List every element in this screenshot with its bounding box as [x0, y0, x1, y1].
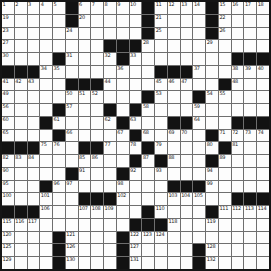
cell-r11c9[interactable]	[104, 130, 116, 142]
cell-r20c15[interactable]	[181, 244, 193, 256]
cell-r6c12[interactable]	[142, 66, 154, 78]
cell-r20c17[interactable]: 128	[206, 244, 218, 256]
cell-r15c11[interactable]	[130, 181, 142, 193]
cell-r17c7[interactable]: 107	[79, 206, 91, 218]
cell-r21c2[interactable]	[15, 257, 27, 269]
cell-r9c6[interactable]: 57	[66, 104, 78, 116]
cell-r4c5[interactable]	[53, 40, 65, 52]
cell-r11c7[interactable]	[79, 130, 91, 142]
cell-r4c6[interactable]	[66, 40, 78, 52]
cell-r8c9[interactable]	[104, 91, 116, 103]
cell-r4c16[interactable]	[193, 40, 205, 52]
cell-r11c8[interactable]	[91, 130, 103, 142]
cell-r13c4[interactable]	[40, 155, 52, 167]
cell-r11c12[interactable]: 68	[142, 130, 154, 142]
cell-r2c8[interactable]	[91, 15, 103, 27]
cell-r5c15[interactable]	[181, 53, 193, 65]
cell-r4c1[interactable]: 27	[2, 40, 14, 52]
cell-r18c16[interactable]	[193, 219, 205, 231]
cell-r2c7[interactable]: 20	[79, 15, 91, 27]
cell-r14c4[interactable]	[40, 168, 52, 180]
cell-r4c7[interactable]	[79, 40, 91, 52]
cell-r9c7[interactable]	[79, 104, 91, 116]
cell-r7c16[interactable]	[193, 79, 205, 91]
cell-r3c7[interactable]	[79, 28, 91, 40]
cell-r18c7[interactable]	[79, 219, 91, 231]
cell-r19c18[interactable]	[219, 232, 231, 244]
cell-r15c6[interactable]: 97	[66, 181, 78, 193]
cell-r17c16[interactable]	[193, 206, 205, 218]
cell-r18c1[interactable]: 115	[2, 219, 14, 231]
cell-r1c4[interactable]: 4	[40, 2, 52, 14]
cell-r10c3[interactable]	[28, 117, 40, 129]
cell-r9c14[interactable]	[168, 104, 180, 116]
cell-r11c4[interactable]	[40, 130, 52, 142]
cell-r20c1[interactable]: 125	[2, 244, 14, 256]
cell-r8c18[interactable]: 55	[219, 91, 231, 103]
cell-r8c17[interactable]: 54	[206, 91, 218, 103]
cell-r21c11[interactable]: 131	[130, 257, 142, 269]
cell-r18c8[interactable]	[91, 219, 103, 231]
cell-r10c12[interactable]	[142, 117, 154, 129]
cell-r10c9[interactable]: 62	[104, 117, 116, 129]
cell-r9c17[interactable]	[206, 104, 218, 116]
cell-r1c19[interactable]: 16	[232, 2, 244, 14]
cell-r13c6[interactable]	[66, 155, 78, 167]
cell-r21c3[interactable]	[28, 257, 40, 269]
cell-r15c5[interactable]: 96	[53, 181, 65, 193]
cell-r17c10[interactable]	[117, 206, 129, 218]
cell-r2c20[interactable]	[244, 15, 256, 27]
cell-r8c13[interactable]: 53	[155, 91, 167, 103]
cell-r10c13[interactable]	[155, 117, 167, 129]
cell-r3c4[interactable]	[40, 28, 52, 40]
cell-r7c10[interactable]	[117, 79, 129, 91]
cell-r5c14[interactable]	[168, 53, 180, 65]
cell-r18c19[interactable]	[232, 219, 244, 231]
cell-r5c1[interactable]: 30	[2, 53, 14, 65]
cell-r18c21[interactable]	[257, 219, 269, 231]
cell-r21c18[interactable]	[219, 257, 231, 269]
cell-r9c1[interactable]: 56	[2, 104, 14, 116]
cell-r2c19[interactable]	[232, 15, 244, 27]
cell-r13c19[interactable]	[232, 155, 244, 167]
cell-r5c11[interactable]: 33	[130, 53, 142, 65]
cell-r2c3[interactable]	[28, 15, 40, 27]
cell-r20c6[interactable]: 126	[66, 244, 78, 256]
cell-r1c10[interactable]: 9	[117, 2, 129, 14]
cell-r17c19[interactable]: 112	[232, 206, 244, 218]
cell-r18c4[interactable]	[40, 219, 52, 231]
cell-r4c19[interactable]	[232, 40, 244, 52]
cell-r10c16[interactable]: 64	[193, 117, 205, 129]
cell-r15c12[interactable]	[142, 181, 154, 193]
cell-r8c8[interactable]: 52	[91, 91, 103, 103]
cell-r4c4[interactable]	[40, 40, 52, 52]
cell-r20c7[interactable]	[79, 244, 91, 256]
cell-r10c18[interactable]	[219, 117, 231, 129]
cell-r21c17[interactable]: 132	[206, 257, 218, 269]
cell-r20c13[interactable]	[155, 244, 167, 256]
cell-r9c10[interactable]	[117, 104, 129, 116]
cell-r19c19[interactable]	[232, 232, 244, 244]
cell-r14c16[interactable]	[193, 168, 205, 180]
cell-r9c20[interactable]	[244, 104, 256, 116]
cell-r2c16[interactable]	[193, 15, 205, 27]
cell-r6c21[interactable]: 40	[257, 66, 269, 78]
cell-r5c7[interactable]	[79, 53, 91, 65]
cell-r17c20[interactable]: 113	[244, 206, 256, 218]
cell-r17c4[interactable]: 106	[40, 206, 52, 218]
cell-r8c19[interactable]	[232, 91, 244, 103]
cell-r6c6[interactable]	[66, 66, 78, 78]
cell-r19c6[interactable]: 121	[66, 232, 78, 244]
cell-r2c4[interactable]	[40, 15, 52, 27]
cell-r19c13[interactable]: 124	[155, 232, 167, 244]
cell-r9c8[interactable]	[91, 104, 103, 116]
cell-r1c1[interactable]: 1	[2, 2, 14, 14]
cell-r15c8[interactable]	[91, 181, 103, 193]
cell-r19c14[interactable]	[168, 232, 180, 244]
cell-r13c21[interactable]	[257, 155, 269, 167]
cell-r8c14[interactable]	[168, 91, 180, 103]
cell-r1c20[interactable]: 17	[244, 2, 256, 14]
cell-r15c2[interactable]	[15, 181, 27, 193]
cell-r21c12[interactable]	[142, 257, 154, 269]
cell-r9c15[interactable]	[181, 104, 193, 116]
cell-r3c15[interactable]	[181, 28, 193, 40]
cell-r6c11[interactable]	[130, 66, 142, 78]
cell-r15c19[interactable]	[232, 181, 244, 193]
cell-r16c3[interactable]	[28, 193, 40, 205]
cell-r21c8[interactable]	[91, 257, 103, 269]
cell-r2c10[interactable]	[117, 15, 129, 27]
cell-r6c4[interactable]: 34	[40, 66, 52, 78]
cell-r1c3[interactable]: 3	[28, 2, 40, 14]
cell-r1c14[interactable]: 12	[168, 2, 180, 14]
cell-r11c18[interactable]: 71	[219, 130, 231, 142]
cell-r13c1[interactable]: 82	[2, 155, 14, 167]
cell-r13c3[interactable]: 84	[28, 155, 40, 167]
cell-r3c13[interactable]: 25	[155, 28, 167, 40]
cell-r17c8[interactable]: 108	[91, 206, 103, 218]
cell-r16c15[interactable]: 104	[181, 193, 193, 205]
cell-r12c10[interactable]	[117, 142, 129, 154]
cell-r19c17[interactable]	[206, 232, 218, 244]
cell-r4c21[interactable]	[257, 40, 269, 52]
cell-r19c21[interactable]	[257, 232, 269, 244]
cell-r1c18[interactable]: 15	[219, 2, 231, 14]
cell-r3c14[interactable]	[168, 28, 180, 40]
cell-r2c13[interactable]: 21	[155, 15, 167, 27]
cell-r1c2[interactable]: 2	[15, 2, 27, 14]
cell-r14c14[interactable]	[168, 168, 180, 180]
cell-r6c7[interactable]	[79, 66, 91, 78]
cell-r6c5[interactable]: 35	[53, 66, 65, 78]
cell-r13c7[interactable]: 85	[79, 155, 91, 167]
cell-r3c3[interactable]	[28, 28, 40, 40]
cell-r3c20[interactable]	[244, 28, 256, 40]
cell-r15c13[interactable]	[155, 181, 167, 193]
cell-r2c5[interactable]	[53, 15, 65, 27]
cell-r13c9[interactable]	[104, 155, 116, 167]
cell-r14c11[interactable]: 92	[130, 168, 142, 180]
cell-r11c2[interactable]	[15, 130, 27, 142]
cell-r15c20[interactable]	[244, 181, 256, 193]
cell-r11c14[interactable]: 69	[168, 130, 180, 142]
cell-r20c21[interactable]	[257, 244, 269, 256]
cell-r16c4[interactable]: 101	[40, 193, 52, 205]
cell-r15c9[interactable]	[104, 181, 116, 193]
cell-r14c18[interactable]	[219, 168, 231, 180]
cell-r12c15[interactable]	[181, 142, 193, 154]
cell-r14c8[interactable]	[91, 168, 103, 180]
cell-r11c20[interactable]: 73	[244, 130, 256, 142]
cell-r12c14[interactable]	[168, 142, 180, 154]
cell-r12c21[interactable]	[257, 142, 269, 154]
cell-r19c8[interactable]	[91, 232, 103, 244]
cell-r12c11[interactable]: 78	[130, 142, 142, 154]
cell-r6c8[interactable]	[91, 66, 103, 78]
cell-r7c14[interactable]: 46	[168, 79, 180, 91]
cell-r11c13[interactable]	[155, 130, 167, 142]
cell-r3c10[interactable]	[117, 28, 129, 40]
cell-r5c16[interactable]	[193, 53, 205, 65]
cell-r19c11[interactable]: 122	[130, 232, 142, 244]
cell-r19c1[interactable]: 120	[2, 232, 14, 244]
cell-r18c10[interactable]	[117, 219, 129, 231]
cell-r20c2[interactable]	[15, 244, 27, 256]
cell-r14c20[interactable]	[244, 168, 256, 180]
cell-r9c18[interactable]	[219, 104, 231, 116]
cell-r15c7[interactable]	[79, 181, 91, 193]
cell-r14c13[interactable]: 93	[155, 168, 167, 180]
cell-r16c17[interactable]	[206, 193, 218, 205]
cell-r18c15[interactable]	[181, 219, 193, 231]
cell-r17c21[interactable]: 114	[257, 206, 269, 218]
cell-r13c18[interactable]: 89	[219, 155, 231, 167]
cell-r5c9[interactable]: 32	[104, 53, 116, 65]
cell-r21c20[interactable]	[244, 257, 256, 269]
cell-r4c18[interactable]	[219, 40, 231, 52]
cell-r8c7[interactable]: 51	[79, 91, 91, 103]
cell-r1c16[interactable]: 14	[193, 2, 205, 14]
cell-r12c17[interactable]: 80	[206, 142, 218, 154]
cell-r8c6[interactable]: 50	[66, 91, 78, 103]
cell-r20c14[interactable]	[168, 244, 180, 256]
cell-r12c4[interactable]: 75	[40, 142, 52, 154]
cell-r19c7[interactable]	[79, 232, 91, 244]
cell-r13c2[interactable]: 83	[15, 155, 27, 167]
cell-r8c10[interactable]	[117, 91, 129, 103]
cell-r19c15[interactable]	[181, 232, 193, 244]
cell-r10c6[interactable]	[66, 117, 78, 129]
cell-r12c20[interactable]	[244, 142, 256, 154]
cell-r21c1[interactable]: 129	[2, 257, 14, 269]
cell-r11c3[interactable]	[28, 130, 40, 142]
cell-r14c12[interactable]	[142, 168, 154, 180]
cell-r4c12[interactable]: 28	[142, 40, 154, 52]
cell-r15c10[interactable]: 98	[117, 181, 129, 193]
cell-r9c13[interactable]	[155, 104, 167, 116]
cell-r1c5[interactable]: 5	[53, 2, 65, 14]
cell-r21c7[interactable]	[79, 257, 91, 269]
cell-r21c14[interactable]	[168, 257, 180, 269]
cell-r16c12[interactable]	[142, 193, 154, 205]
cell-r11c10[interactable]: 67	[117, 130, 129, 142]
cell-r7c13[interactable]: 45	[155, 79, 167, 91]
cell-r5c18[interactable]	[219, 53, 231, 65]
cell-r20c20[interactable]	[244, 244, 256, 256]
cell-r14c19[interactable]	[232, 168, 244, 180]
cell-r16c10[interactable]: 102	[117, 193, 129, 205]
cell-r10c5[interactable]: 61	[53, 117, 65, 129]
cell-r16c2[interactable]	[15, 193, 27, 205]
cell-r4c3[interactable]	[28, 40, 40, 52]
cell-r7c11[interactable]	[130, 79, 142, 91]
cell-r20c12[interactable]	[142, 244, 154, 256]
cell-r18c18[interactable]	[219, 219, 231, 231]
cell-r17c15[interactable]	[181, 206, 193, 218]
cell-r19c16[interactable]	[193, 232, 205, 244]
cell-r18c14[interactable]: 118	[168, 219, 180, 231]
cell-r13c16[interactable]	[193, 155, 205, 167]
cell-r11c21[interactable]: 74	[257, 130, 269, 142]
cell-r5c6[interactable]: 31	[66, 53, 78, 65]
cell-r12c16[interactable]	[193, 142, 205, 154]
cell-r3c16[interactable]	[193, 28, 205, 40]
cell-r6c9[interactable]	[104, 66, 116, 78]
cell-r5c2[interactable]	[15, 53, 27, 65]
cell-r15c21[interactable]	[257, 181, 269, 193]
cell-r21c13[interactable]	[155, 257, 167, 269]
cell-r13c8[interactable]: 86	[91, 155, 103, 167]
cell-r9c21[interactable]	[257, 104, 269, 116]
cell-r10c11[interactable]: 63	[130, 117, 142, 129]
cell-r1c9[interactable]: 8	[104, 2, 116, 14]
cell-r21c6[interactable]: 130	[66, 257, 78, 269]
cell-r14c9[interactable]	[104, 168, 116, 180]
cell-r2c1[interactable]: 19	[2, 15, 14, 27]
cell-r12c9[interactable]: 77	[104, 142, 116, 154]
cell-r4c15[interactable]	[181, 40, 193, 52]
cell-r14c3[interactable]	[28, 168, 40, 180]
cell-r18c20[interactable]	[244, 219, 256, 231]
cell-r11c19[interactable]: 72	[232, 130, 244, 142]
cell-r1c13[interactable]: 11	[155, 2, 167, 14]
cell-r8c15[interactable]	[181, 91, 193, 103]
cell-r9c4[interactable]	[40, 104, 52, 116]
cell-r19c12[interactable]: 123	[142, 232, 154, 244]
cell-r10c2[interactable]	[15, 117, 27, 129]
cell-r18c3[interactable]: 117	[28, 219, 40, 231]
cell-r21c15[interactable]	[181, 257, 193, 269]
cell-r14c15[interactable]	[181, 168, 193, 180]
cell-r4c8[interactable]	[91, 40, 103, 52]
cell-r3c18[interactable]: 26	[219, 28, 231, 40]
cell-r3c8[interactable]	[91, 28, 103, 40]
cell-r4c20[interactable]	[244, 40, 256, 52]
cell-r8c1[interactable]: 49	[2, 91, 14, 103]
cell-r20c3[interactable]	[28, 244, 40, 256]
cell-r16c18[interactable]	[219, 193, 231, 205]
cell-r17c9[interactable]: 109	[104, 206, 116, 218]
cell-r7c12[interactable]	[142, 79, 154, 91]
cell-r16c13[interactable]	[155, 193, 167, 205]
cell-r7c9[interactable]: 44	[104, 79, 116, 91]
cell-r1c11[interactable]: 10	[130, 2, 142, 14]
cell-r3c6[interactable]: 24	[66, 28, 78, 40]
cell-r14c5[interactable]	[53, 168, 65, 180]
cell-r21c21[interactable]	[257, 257, 269, 269]
cell-r14c17[interactable]: 94	[206, 168, 218, 180]
cell-r3c1[interactable]: 23	[2, 28, 14, 40]
cell-r5c12[interactable]	[142, 53, 154, 65]
cell-r20c4[interactable]	[40, 244, 52, 256]
cell-r12c13[interactable]: 79	[155, 142, 167, 154]
cell-r7c3[interactable]: 43	[28, 79, 40, 91]
cell-r16c5[interactable]	[53, 193, 65, 205]
cell-r6c19[interactable]: 38	[232, 66, 244, 78]
cell-r17c5[interactable]	[53, 206, 65, 218]
cell-r16c14[interactable]: 103	[168, 193, 180, 205]
cell-r11c6[interactable]: 66	[66, 130, 78, 142]
cell-r4c2[interactable]	[15, 40, 27, 52]
cell-r2c15[interactable]	[181, 15, 193, 27]
cell-r15c18[interactable]	[219, 181, 231, 193]
cell-r20c19[interactable]	[232, 244, 244, 256]
cell-r2c21[interactable]	[257, 15, 269, 27]
cell-r6c16[interactable]: 37	[193, 66, 205, 78]
cell-r18c5[interactable]	[53, 219, 65, 231]
cell-r5c4[interactable]	[40, 53, 52, 65]
cell-r2c2[interactable]	[15, 15, 27, 27]
cell-r9c12[interactable]: 58	[142, 104, 154, 116]
cell-r18c17[interactable]: 119	[206, 219, 218, 231]
cell-r10c17[interactable]	[206, 117, 218, 129]
cell-r7c1[interactable]: 41	[2, 79, 14, 91]
cell-r14c2[interactable]	[15, 168, 27, 180]
cell-r8c3[interactable]	[28, 91, 40, 103]
cell-r9c16[interactable]: 59	[193, 104, 205, 116]
cell-r4c13[interactable]	[155, 40, 167, 52]
cell-r2c11[interactable]	[130, 15, 142, 27]
cell-r20c9[interactable]	[104, 244, 116, 256]
cell-r5c13[interactable]	[155, 53, 167, 65]
cell-r17c13[interactable]: 110	[155, 206, 167, 218]
cell-r8c11[interactable]	[130, 91, 142, 103]
cell-r19c2[interactable]	[15, 232, 27, 244]
cell-r13c5[interactable]	[53, 155, 65, 167]
cell-r10c1[interactable]: 60	[2, 117, 14, 129]
cell-r11c15[interactable]: 70	[181, 130, 193, 142]
cell-r7c4[interactable]	[40, 79, 52, 91]
cell-r2c14[interactable]	[168, 15, 180, 27]
cell-r14c21[interactable]	[257, 168, 269, 180]
cell-r14c7[interactable]: 91	[79, 168, 91, 180]
cell-r12c5[interactable]: 76	[53, 142, 65, 154]
cell-r18c9[interactable]	[104, 219, 116, 231]
cell-r8c2[interactable]	[15, 91, 27, 103]
cell-r13c15[interactable]	[181, 155, 193, 167]
cell-r16c1[interactable]: 100	[2, 193, 14, 205]
cell-r3c5[interactable]	[53, 28, 65, 40]
cell-r5c3[interactable]	[28, 53, 40, 65]
cell-r20c18[interactable]	[219, 244, 231, 256]
cell-r8c20[interactable]	[244, 91, 256, 103]
cell-r17c11[interactable]	[130, 206, 142, 218]
cell-r1c7[interactable]: 6	[79, 2, 91, 14]
